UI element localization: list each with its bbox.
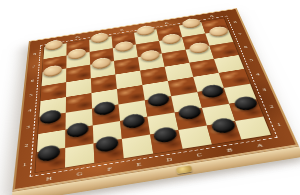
rank-label: 1 <box>22 161 26 168</box>
rank-label: 7 <box>32 65 36 70</box>
rank-label: 5 <box>249 58 254 63</box>
rank-label: 2 <box>268 104 274 110</box>
black-checker[interactable] <box>39 109 61 125</box>
black-checker[interactable] <box>122 112 146 129</box>
file-label: H <box>46 175 52 182</box>
file-label: F <box>107 165 112 172</box>
rank-label: 3 <box>26 124 30 130</box>
square-D1[interactable] <box>150 130 182 154</box>
rank-label: 6 <box>243 44 248 48</box>
square-A1[interactable] <box>235 116 271 139</box>
rank-label: 4 <box>255 72 260 77</box>
file-label: G <box>76 35 80 39</box>
rank-label: 8 <box>233 20 238 24</box>
square-E2[interactable] <box>120 117 150 139</box>
square-F1[interactable] <box>94 139 124 163</box>
file-label: G <box>77 170 83 177</box>
rank-label: 4 <box>28 108 32 113</box>
rank-label: 3 <box>261 87 267 92</box>
black-checker[interactable] <box>94 100 116 116</box>
rank-label: 5 <box>29 93 33 98</box>
rank-label: 7 <box>238 32 243 36</box>
file-label: C <box>196 151 203 158</box>
square-E1[interactable] <box>122 134 153 158</box>
brass-clasp[interactable] <box>176 165 193 174</box>
square-A4[interactable] <box>219 69 250 88</box>
file-label: B <box>226 146 233 153</box>
black-checker[interactable] <box>95 135 119 154</box>
photo-background: HGFEDCBA HGFEDCBA 87654321 87654321 <box>0 0 300 195</box>
black-checker[interactable] <box>200 83 225 99</box>
file-label: A <box>256 141 264 148</box>
rank-label: 8 <box>33 52 36 56</box>
square-H1[interactable] <box>36 148 66 172</box>
rank-label: 1 <box>276 121 282 127</box>
file-label: C <box>164 21 169 25</box>
folding-checkers-board: HGFEDCBA HGFEDCBA 87654321 87654321 <box>11 8 300 195</box>
rank-label: 2 <box>24 142 28 148</box>
rank-label: 6 <box>31 78 35 83</box>
file-label: E <box>120 28 124 32</box>
file-label: E <box>136 161 142 168</box>
black-checker[interactable] <box>233 95 260 112</box>
file-label: A <box>209 14 215 18</box>
file-label: D <box>166 156 173 163</box>
square-C4[interactable] <box>168 77 198 96</box>
